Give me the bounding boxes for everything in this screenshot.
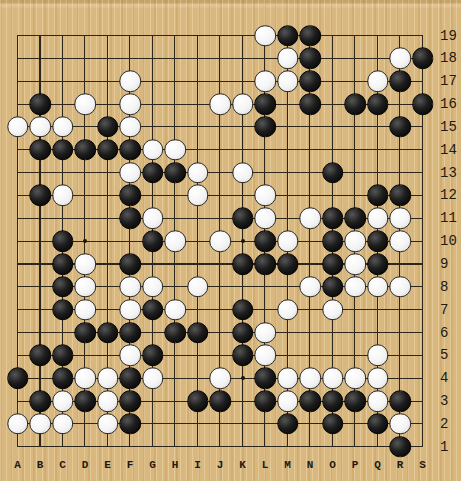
- column-label: S: [419, 459, 426, 471]
- black-stone: [344, 93, 366, 115]
- white-stone: [7, 116, 29, 138]
- white-stone: [389, 48, 411, 70]
- white-stone: [344, 230, 366, 252]
- white-stone: [29, 413, 51, 435]
- white-stone: [142, 208, 164, 230]
- row-label: 15: [440, 119, 457, 135]
- column-label: B: [37, 459, 44, 471]
- column-label: E: [104, 459, 111, 471]
- black-stone: [209, 390, 231, 412]
- row-label: 10: [440, 233, 457, 249]
- white-stone: [254, 208, 276, 230]
- black-stone: [119, 139, 141, 161]
- white-stone: [254, 70, 276, 92]
- black-stone: [322, 276, 344, 298]
- black-stone: [232, 208, 254, 230]
- black-stone: [277, 413, 299, 435]
- black-stone: [29, 185, 51, 207]
- column-label: C: [59, 459, 66, 471]
- white-stone: [142, 368, 164, 390]
- black-stone: [119, 368, 141, 390]
- white-stone: [74, 253, 96, 275]
- black-stone: [367, 185, 389, 207]
- row-label: 14: [440, 142, 457, 158]
- black-stone: [52, 345, 74, 367]
- black-stone: [299, 70, 321, 92]
- white-stone: [187, 185, 209, 207]
- black-stone: [277, 25, 299, 47]
- white-stone: [254, 322, 276, 344]
- black-stone: [389, 436, 411, 458]
- white-stone: [119, 276, 141, 298]
- column-label: F: [127, 459, 134, 471]
- white-stone: [277, 70, 299, 92]
- black-stone: [52, 230, 74, 252]
- white-stone: [119, 299, 141, 321]
- white-stone: [164, 230, 186, 252]
- white-stone: [97, 413, 119, 435]
- black-stone: [187, 322, 209, 344]
- white-stone: [389, 230, 411, 252]
- white-stone: [164, 139, 186, 161]
- black-stone: [29, 390, 51, 412]
- black-stone: [322, 253, 344, 275]
- column-label: H: [172, 459, 179, 471]
- column-label: K: [239, 459, 246, 471]
- column-label: A: [14, 459, 21, 471]
- white-stone: [389, 208, 411, 230]
- row-label: 3: [440, 393, 448, 409]
- white-stone: [209, 230, 231, 252]
- black-stone: [299, 48, 321, 70]
- black-stone: [412, 48, 434, 70]
- black-stone: [74, 322, 96, 344]
- black-stone: [119, 253, 141, 275]
- white-stone: [52, 116, 74, 138]
- white-stone: [142, 139, 164, 161]
- black-stone: [164, 162, 186, 184]
- black-stone: [232, 345, 254, 367]
- black-stone: [277, 253, 299, 275]
- black-stone: [254, 116, 276, 138]
- white-stone: [367, 276, 389, 298]
- black-stone: [52, 299, 74, 321]
- column-label: G: [149, 459, 156, 471]
- white-stone: [344, 368, 366, 390]
- black-stone: [119, 185, 141, 207]
- black-stone: [142, 299, 164, 321]
- black-stone: [52, 253, 74, 275]
- black-stone: [52, 368, 74, 390]
- black-stone: [52, 139, 74, 161]
- white-stone: [367, 368, 389, 390]
- white-stone: [119, 345, 141, 367]
- white-stone: [389, 413, 411, 435]
- white-stone: [322, 299, 344, 321]
- row-label: 2: [440, 416, 448, 432]
- black-stone: [29, 139, 51, 161]
- black-stone: [299, 93, 321, 115]
- black-stone: [389, 116, 411, 138]
- row-label: 7: [440, 302, 448, 318]
- black-stone: [389, 185, 411, 207]
- white-stone: [367, 345, 389, 367]
- white-stone: [97, 390, 119, 412]
- black-stone: [254, 368, 276, 390]
- white-stone: [232, 162, 254, 184]
- black-stone: [187, 390, 209, 412]
- column-label: L: [262, 459, 269, 471]
- white-stone: [322, 368, 344, 390]
- black-stone: [389, 70, 411, 92]
- black-stone: [142, 162, 164, 184]
- white-stone: [52, 390, 74, 412]
- row-label: 11: [440, 210, 457, 226]
- go-board-screenshot: ABCDEFGHIJKLMNOPQRS 19181716151413121110…: [0, 0, 461, 481]
- black-stone: [412, 93, 434, 115]
- black-stone: [254, 93, 276, 115]
- white-stone: [254, 345, 276, 367]
- black-stone: [97, 322, 119, 344]
- white-stone: [187, 276, 209, 298]
- column-label: M: [284, 459, 291, 471]
- white-stone: [29, 116, 51, 138]
- black-stone: [389, 390, 411, 412]
- white-stone: [209, 93, 231, 115]
- black-stone: [299, 25, 321, 47]
- white-stone: [119, 70, 141, 92]
- white-stone: [232, 93, 254, 115]
- column-label: O: [329, 459, 336, 471]
- white-stone: [277, 390, 299, 412]
- white-stone: [74, 299, 96, 321]
- white-stone: [389, 276, 411, 298]
- black-stone: [322, 390, 344, 412]
- column-label: J: [217, 459, 224, 471]
- white-stone: [97, 368, 119, 390]
- black-stone: [119, 208, 141, 230]
- black-stone: [367, 253, 389, 275]
- white-stone: [7, 413, 29, 435]
- black-stone: [232, 299, 254, 321]
- row-label: 13: [440, 165, 457, 181]
- row-label: 16: [440, 96, 457, 112]
- white-stone: [119, 93, 141, 115]
- black-stone: [322, 208, 344, 230]
- star-point: [241, 376, 245, 380]
- white-stone: [254, 185, 276, 207]
- column-label: Q: [374, 459, 381, 471]
- black-stone: [344, 390, 366, 412]
- column-label: R: [397, 459, 404, 471]
- white-stone: [277, 230, 299, 252]
- white-stone: [142, 276, 164, 298]
- white-stone: [74, 368, 96, 390]
- black-stone: [7, 368, 29, 390]
- white-stone: [52, 185, 74, 207]
- white-stone: [367, 390, 389, 412]
- white-stone: [254, 25, 276, 47]
- black-stone: [367, 230, 389, 252]
- row-label: 4: [440, 370, 448, 386]
- black-stone: [254, 230, 276, 252]
- white-stone: [344, 253, 366, 275]
- black-stone: [119, 413, 141, 435]
- white-stone: [299, 276, 321, 298]
- white-stone: [367, 70, 389, 92]
- black-stone: [254, 390, 276, 412]
- white-stone: [74, 93, 96, 115]
- row-label: 5: [440, 347, 448, 363]
- star-point: [83, 239, 87, 243]
- white-stone: [277, 48, 299, 70]
- black-stone: [29, 345, 51, 367]
- column-label: N: [307, 459, 314, 471]
- row-label: 12: [440, 187, 457, 203]
- row-label: 8: [440, 279, 448, 295]
- star-point: [241, 239, 245, 243]
- row-label: 18: [440, 50, 457, 66]
- white-stone: [119, 116, 141, 138]
- white-stone: [52, 413, 74, 435]
- white-stone: [299, 208, 321, 230]
- black-stone: [322, 413, 344, 435]
- black-stone: [322, 162, 344, 184]
- white-stone: [209, 368, 231, 390]
- black-stone: [97, 116, 119, 138]
- column-label: I: [194, 459, 201, 471]
- white-stone: [164, 299, 186, 321]
- black-stone: [344, 208, 366, 230]
- white-stone: [119, 162, 141, 184]
- black-stone: [367, 93, 389, 115]
- black-stone: [164, 322, 186, 344]
- black-stone: [29, 93, 51, 115]
- black-stone: [97, 139, 119, 161]
- row-label: 19: [440, 28, 457, 44]
- white-stone: [277, 368, 299, 390]
- row-label: 17: [440, 73, 457, 89]
- black-stone: [52, 276, 74, 298]
- black-stone: [119, 322, 141, 344]
- white-stone: [277, 299, 299, 321]
- black-stone: [367, 413, 389, 435]
- black-stone: [74, 139, 96, 161]
- white-stone: [299, 368, 321, 390]
- white-stone: [74, 276, 96, 298]
- black-stone: [254, 253, 276, 275]
- black-stone: [142, 345, 164, 367]
- black-stone: [232, 322, 254, 344]
- black-stone: [322, 230, 344, 252]
- row-label: 9: [440, 256, 448, 272]
- column-label: P: [352, 459, 359, 471]
- white-stone: [187, 162, 209, 184]
- white-stone: [344, 276, 366, 298]
- black-stone: [232, 253, 254, 275]
- black-stone: [142, 230, 164, 252]
- white-stone: [367, 208, 389, 230]
- row-label: 1: [440, 439, 448, 455]
- black-stone: [119, 390, 141, 412]
- black-stone: [74, 390, 96, 412]
- row-label: 6: [440, 325, 448, 341]
- column-label: D: [82, 459, 89, 471]
- black-stone: [299, 390, 321, 412]
